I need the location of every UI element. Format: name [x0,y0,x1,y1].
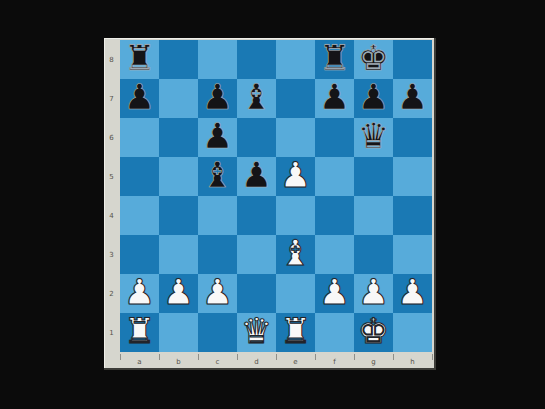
black-pawn: ♟ [358,78,389,117]
file-label-f: f [315,355,354,368]
square-g7[interactable]: ♟ [354,79,393,118]
file-strip-tick [354,354,355,360]
square-b3[interactable] [159,235,198,274]
rank-label-8: 8 [104,40,119,79]
square-c2[interactable]: ♟ [198,274,237,313]
square-b7[interactable] [159,79,198,118]
square-c5[interactable]: ♝ [198,157,237,196]
white-pawn: ♟ [202,273,233,312]
square-b6[interactable] [159,118,198,157]
white-king: ♚ [358,312,389,351]
file-label-d: d [237,355,276,368]
screen: ♜♜♚♟♟♝♟♟♟♟♛♝♟♟♝♟♟♟♟♟♟♜♛♜♚ 87654321abcdef… [0,0,545,409]
square-c1[interactable] [198,313,237,352]
white-bishop: ♝ [280,234,311,273]
square-c8[interactable] [198,40,237,79]
rank-label-6: 6 [104,118,119,157]
square-e1[interactable]: ♜ [276,313,315,352]
white-pawn: ♟ [358,273,389,312]
black-pawn: ♟ [319,78,350,117]
square-c3[interactable] [198,235,237,274]
square-h6[interactable] [393,118,432,157]
white-pawn: ♟ [280,156,311,195]
square-g8[interactable]: ♚ [354,40,393,79]
file-label-b: b [159,355,198,368]
square-d5[interactable]: ♟ [237,157,276,196]
square-g1[interactable]: ♚ [354,313,393,352]
white-rook: ♜ [280,312,311,351]
square-h2[interactable]: ♟ [393,274,432,313]
black-rook: ♜ [124,39,155,78]
square-h3[interactable] [393,235,432,274]
square-c6[interactable]: ♟ [198,118,237,157]
square-f4[interactable] [315,196,354,235]
square-f1[interactable] [315,313,354,352]
square-d1[interactable]: ♛ [237,313,276,352]
square-a1[interactable]: ♜ [120,313,159,352]
square-d8[interactable] [237,40,276,79]
file-strip-tick [237,354,238,360]
square-d7[interactable]: ♝ [237,79,276,118]
black-bishop: ♝ [241,78,272,117]
square-d3[interactable] [237,235,276,274]
square-b8[interactable] [159,40,198,79]
square-b1[interactable] [159,313,198,352]
square-e7[interactable] [276,79,315,118]
file-strip-tick [393,354,394,360]
square-h7[interactable]: ♟ [393,79,432,118]
square-g4[interactable] [354,196,393,235]
square-c4[interactable] [198,196,237,235]
file-strip-tick [276,354,277,360]
square-b5[interactable] [159,157,198,196]
rank-label-1: 1 [104,313,119,352]
square-f3[interactable] [315,235,354,274]
black-pawn: ♟ [124,78,155,117]
square-g5[interactable] [354,157,393,196]
black-bishop: ♝ [202,156,233,195]
square-e8[interactable] [276,40,315,79]
square-e4[interactable] [276,196,315,235]
square-f7[interactable]: ♟ [315,79,354,118]
rank-label-2: 2 [104,274,119,313]
square-d4[interactable] [237,196,276,235]
square-a6[interactable] [120,118,159,157]
square-b2[interactable]: ♟ [159,274,198,313]
file-strip-tick [432,354,433,360]
black-pawn: ♟ [202,78,233,117]
file-label-g: g [354,355,393,368]
square-a7[interactable]: ♟ [120,79,159,118]
file-label-h: h [393,355,432,368]
rank-label-5: 5 [104,157,119,196]
square-g2[interactable]: ♟ [354,274,393,313]
black-king: ♚ [358,39,389,78]
white-pawn: ♟ [319,273,350,312]
white-rook: ♜ [124,312,155,351]
square-a8[interactable]: ♜ [120,40,159,79]
white-pawn: ♟ [163,273,194,312]
file-label-a: a [120,355,159,368]
square-e5[interactable]: ♟ [276,157,315,196]
square-a2[interactable]: ♟ [120,274,159,313]
square-h5[interactable] [393,157,432,196]
square-c7[interactable]: ♟ [198,79,237,118]
square-g6[interactable]: ♛ [354,118,393,157]
square-h1[interactable] [393,313,432,352]
file-strip-tick [315,354,316,360]
black-pawn: ♟ [241,156,272,195]
square-e2[interactable] [276,274,315,313]
black-rook: ♜ [319,39,350,78]
square-f2[interactable]: ♟ [315,274,354,313]
square-b4[interactable] [159,196,198,235]
board: ♜♜♚♟♟♝♟♟♟♟♛♝♟♟♝♟♟♟♟♟♟♜♛♜♚ [120,40,432,352]
square-e3[interactable]: ♝ [276,235,315,274]
white-pawn: ♟ [397,273,428,312]
file-strip-tick [198,354,199,360]
square-a5[interactable] [120,157,159,196]
file-strip-tick [159,354,160,360]
black-queen: ♛ [358,117,389,156]
white-queen: ♛ [241,312,272,351]
square-f5[interactable] [315,157,354,196]
square-e6[interactable] [276,118,315,157]
square-h8[interactable] [393,40,432,79]
square-d2[interactable] [237,274,276,313]
square-h4[interactable] [393,196,432,235]
rank-label-7: 7 [104,79,119,118]
square-a4[interactable] [120,196,159,235]
square-d6[interactable] [237,118,276,157]
file-strip-tick [120,354,121,360]
black-pawn: ♟ [397,78,428,117]
square-a3[interactable] [120,235,159,274]
rank-label-4: 4 [104,196,119,235]
square-f8[interactable]: ♜ [315,40,354,79]
file-label-c: c [198,355,237,368]
chessboard-frame: ♜♜♚♟♟♝♟♟♟♟♛♝♟♟♝♟♟♟♟♟♟♜♛♜♚ 87654321abcdef… [104,38,436,370]
white-pawn: ♟ [124,273,155,312]
rank-label-3: 3 [104,235,119,274]
square-g3[interactable] [354,235,393,274]
square-f6[interactable] [315,118,354,157]
black-pawn: ♟ [202,117,233,156]
file-label-e: e [276,355,315,368]
